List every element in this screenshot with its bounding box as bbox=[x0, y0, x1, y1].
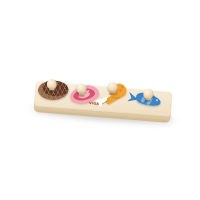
puzzle-board: VIGA bbox=[33, 81, 172, 126]
product-photo: VIGA bbox=[0, 0, 200, 200]
brand-logo: VIGA bbox=[89, 101, 98, 105]
fish-eye bbox=[156, 99, 158, 101]
